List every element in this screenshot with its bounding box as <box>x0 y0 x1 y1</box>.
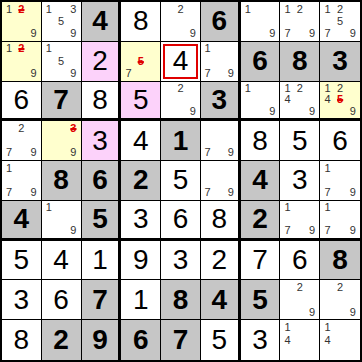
pencil-empty <box>306 202 318 214</box>
given-digit: 4 <box>211 286 227 314</box>
cell-r1c8[interactable]: 1279 <box>280 2 320 42</box>
pencil-empty <box>346 94 359 106</box>
struck-candidate-5: 5 <box>135 55 147 67</box>
cell-r2c8[interactable]: 8 <box>280 42 320 82</box>
struck-candidate-2: 2 <box>15 3 27 15</box>
given-digit: 2 <box>53 326 69 354</box>
pencil-empty <box>28 135 40 147</box>
pencil-empty <box>202 174 214 186</box>
sudoku-board: 1291359482961912791257912915925741796836… <box>0 0 362 362</box>
pencil-mark-4: 4 <box>281 94 293 106</box>
cell-r6c2[interactable]: 19 <box>42 201 82 241</box>
pencil-mark-9: 9 <box>346 28 359 40</box>
pencil-empty <box>346 83 359 95</box>
pencil-empty <box>135 43 147 55</box>
pencil-empty <box>15 67 27 79</box>
pencil-mark-7: 7 <box>3 147 15 159</box>
cell-r3c6[interactable]: 3 <box>201 82 241 122</box>
pencil-empty <box>334 213 347 225</box>
pencil-mark-1: 1 <box>321 3 334 15</box>
cell-r8c3[interactable]: 7 <box>82 280 122 320</box>
pencil-empty <box>55 43 67 55</box>
pencil-mark-1: 1 <box>281 202 293 214</box>
solved-digit: 8 <box>14 326 30 354</box>
cell-r9c3[interactable]: 9 <box>82 320 122 360</box>
cell-r2c2[interactable]: 159 <box>42 42 82 82</box>
cell-r9c9[interactable]: 14 <box>320 320 360 360</box>
cell-r2c4[interactable]: 57 <box>121 42 161 82</box>
solved-digit: 2 <box>92 47 108 75</box>
pencil-empty <box>15 135 27 147</box>
pencil-empty <box>55 147 67 159</box>
cell-r2c5[interactable]: 4 <box>161 42 201 82</box>
pencil-empty <box>346 202 359 214</box>
pencil-mark-9: 9 <box>28 187 40 199</box>
pencil-empty <box>294 94 306 106</box>
pencil-empty <box>281 281 293 293</box>
cell-r7c2[interactable]: 4 <box>42 241 82 281</box>
pencil-empty <box>28 55 40 67</box>
solved-digit: 5 <box>133 86 149 114</box>
solved-digit: 6 <box>53 286 69 314</box>
pencil-empty <box>3 15 15 27</box>
pencil-empty <box>321 346 334 359</box>
pencil-empty <box>147 43 159 55</box>
cell-r5c5[interactable]: 5 <box>161 161 201 201</box>
cell-r6c8[interactable]: 179 <box>280 201 320 241</box>
pencil-empty <box>28 162 40 174</box>
solved-digit: 3 <box>92 127 108 155</box>
cell-r7c5[interactable]: 3 <box>161 241 201 281</box>
solved-digit: 3 <box>252 326 268 354</box>
pencil-marks: 179 <box>321 202 359 237</box>
cell-r1c6[interactable]: 6 <box>201 2 241 42</box>
cell-r6c5[interactable]: 6 <box>161 201 201 241</box>
pencil-mark-2: 2 <box>15 122 27 134</box>
pencil-mark-1: 1 <box>321 83 334 95</box>
pencil-mark-5: 5 <box>334 15 347 27</box>
cell-r9c7[interactable]: 3 <box>241 320 281 360</box>
pencil-marks: 179 <box>321 162 359 199</box>
cell-r5c1[interactable]: 179 <box>2 161 42 201</box>
pencil-empty <box>43 28 55 40</box>
pencil-empty <box>67 43 79 55</box>
pencil-mark-5: 5 <box>55 15 67 27</box>
pencil-empty <box>225 55 237 67</box>
cell-r5c8[interactable]: 3 <box>280 161 320 201</box>
cell-r5c6[interactable]: 79 <box>201 161 241 201</box>
solved-digit: 6 <box>332 127 348 155</box>
pencil-mark-9: 9 <box>67 147 79 159</box>
pencil-empty <box>334 346 347 359</box>
cell-r7c9[interactable]: 8 <box>320 241 360 281</box>
pencil-empty <box>334 225 347 237</box>
cell-r6c6[interactable]: 8 <box>201 201 241 241</box>
pencil-mark-9: 9 <box>225 187 237 199</box>
pencil-empty <box>3 55 15 67</box>
pencil-empty <box>266 83 278 95</box>
pencil-marks: 1249 <box>281 83 318 118</box>
cell-r7c3[interactable]: 1 <box>82 241 122 281</box>
cell-r7c4[interactable]: 9 <box>121 241 161 281</box>
pencil-empty <box>346 213 359 225</box>
pencil-mark-7: 7 <box>202 187 214 199</box>
pencil-empty <box>334 202 347 214</box>
cell-r4c2[interactable]: 39 <box>42 121 82 161</box>
pencil-empty <box>55 67 67 79</box>
cell-r2c1[interactable]: 129 <box>2 42 42 82</box>
cell-r5c2[interactable]: 8 <box>42 161 82 201</box>
given-digit: 6 <box>252 47 268 75</box>
struck-candidate-2: 2 <box>15 43 27 55</box>
pencil-empty <box>202 55 214 67</box>
pencil-empty <box>43 67 55 79</box>
pencil-empty <box>67 135 79 147</box>
pencil-empty <box>225 174 237 186</box>
pencil-empty <box>122 43 134 55</box>
pencil-mark-3: 3 <box>67 3 79 15</box>
cell-r8c7[interactable]: 5 <box>241 280 281 320</box>
cell-r4c4[interactable]: 4 <box>121 121 161 161</box>
pencil-empty <box>67 55 79 67</box>
solved-digit: 8 <box>211 205 227 233</box>
pencil-marks: 19 <box>242 83 279 118</box>
pencil-empty <box>55 3 67 15</box>
pencil-empty <box>321 174 334 186</box>
cell-r2c9[interactable]: 3 <box>320 42 360 82</box>
pencil-empty <box>294 202 306 214</box>
pencil-empty <box>281 294 293 306</box>
pencil-empty <box>174 106 186 118</box>
pencil-empty <box>43 15 55 27</box>
cell-r9c2[interactable]: 2 <box>42 320 82 360</box>
pencil-empty <box>334 187 347 199</box>
pencil-empty <box>334 106 347 118</box>
pencil-empty <box>55 135 67 147</box>
cell-r6c9[interactable]: 179 <box>320 201 360 241</box>
pencil-mark-9: 9 <box>306 306 318 318</box>
pencil-empty <box>321 306 334 318</box>
cell-r8c5[interactable]: 8 <box>161 280 201 320</box>
pencil-mark-9: 9 <box>67 225 79 237</box>
cell-r4c9[interactable]: 6 <box>320 121 360 161</box>
cell-r4c7[interactable]: 8 <box>241 121 281 161</box>
pencil-empty <box>3 135 15 147</box>
solved-digit: 4 <box>173 47 189 75</box>
cell-r1c9[interactable]: 12579 <box>320 2 360 42</box>
pencil-marks: 29 <box>281 281 318 318</box>
cell-r3c9[interactable]: 12459 <box>320 82 360 122</box>
cell-r2c7[interactable]: 6 <box>241 42 281 82</box>
pencil-empty <box>15 162 27 174</box>
pencil-empty <box>174 15 186 27</box>
pencil-empty <box>306 294 318 306</box>
pencil-empty <box>294 213 306 225</box>
solved-digit: 5 <box>292 127 308 155</box>
pencil-empty <box>306 281 318 293</box>
pencil-mark-2: 2 <box>294 3 306 15</box>
pencil-empty <box>122 55 134 67</box>
pencil-mark-4: 4 <box>281 334 293 347</box>
pencil-marks: 12459 <box>321 83 359 118</box>
pencil-mark-4: 4 <box>321 94 334 106</box>
cell-r9c8[interactable]: 14 <box>280 320 320 360</box>
pencil-mark-9: 9 <box>346 225 359 237</box>
cell-r7c1[interactable]: 5 <box>2 241 42 281</box>
cell-r6c3[interactable]: 5 <box>82 201 122 241</box>
pencil-marks: 179 <box>281 202 318 237</box>
pencil-mark-9: 9 <box>187 106 199 118</box>
pencil-mark-7: 7 <box>281 225 293 237</box>
pencil-empty <box>15 174 27 186</box>
solved-digit: 5 <box>211 326 227 354</box>
pencil-empty <box>55 213 67 225</box>
cell-r2c6[interactable]: 179 <box>201 42 241 82</box>
pencil-empty <box>43 135 55 147</box>
pencil-empty <box>28 15 40 27</box>
cell-r6c4[interactable]: 3 <box>121 201 161 241</box>
pencil-empty <box>213 135 225 147</box>
pencil-empty <box>346 281 359 293</box>
pencil-mark-7: 7 <box>202 147 214 159</box>
cell-r3c1[interactable]: 6 <box>2 82 42 122</box>
pencil-empty <box>213 55 225 67</box>
pencil-mark-1: 1 <box>321 321 334 334</box>
pencil-mark-9: 9 <box>266 106 278 118</box>
pencil-mark-1: 1 <box>281 3 293 15</box>
cell-r4c5[interactable]: 1 <box>161 121 201 161</box>
pencil-mark-7: 7 <box>281 28 293 40</box>
pencil-empty <box>321 213 334 225</box>
struck-candidate-5: 5 <box>334 94 347 106</box>
given-digit: 9 <box>92 326 108 354</box>
cell-r5c7[interactable]: 4 <box>241 161 281 201</box>
pencil-marks: 79 <box>202 122 237 159</box>
pencil-mark-1: 1 <box>202 43 214 55</box>
pencil-mark-9: 9 <box>187 28 199 40</box>
pencil-empty <box>334 321 347 334</box>
pencil-empty <box>67 213 79 225</box>
pencil-empty <box>225 43 237 55</box>
pencil-mark-2: 2 <box>294 83 306 95</box>
solved-digit: 4 <box>133 127 149 155</box>
pencil-empty <box>294 334 306 347</box>
cell-r3c8[interactable]: 1249 <box>280 82 320 122</box>
pencil-empty <box>294 321 306 334</box>
pencil-empty <box>346 294 359 306</box>
pencil-mark-9: 9 <box>225 67 237 79</box>
pencil-mark-1: 1 <box>281 321 293 334</box>
pencil-empty <box>254 28 266 40</box>
pencil-empty <box>162 83 174 95</box>
cell-r1c7[interactable]: 19 <box>241 2 281 42</box>
pencil-mark-9: 9 <box>225 147 237 159</box>
cell-r3c4[interactable]: 5 <box>121 82 161 122</box>
pencil-empty <box>43 122 55 134</box>
pencil-empty <box>174 28 186 40</box>
cell-r4c6[interactable]: 79 <box>201 121 241 161</box>
pencil-empty <box>43 55 55 67</box>
pencil-mark-9: 9 <box>306 28 318 40</box>
pencil-empty <box>294 294 306 306</box>
pencil-mark-2: 2 <box>294 281 306 293</box>
pencil-empty <box>3 122 15 134</box>
cell-r8c2[interactable]: 6 <box>42 280 82 320</box>
solved-digit: 2 <box>211 246 227 274</box>
pencil-mark-7: 7 <box>3 187 15 199</box>
pencil-empty <box>334 334 347 347</box>
cell-r5c3[interactable]: 6 <box>82 161 122 201</box>
pencil-empty <box>213 43 225 55</box>
pencil-empty <box>281 15 293 27</box>
pencil-empty <box>28 122 40 134</box>
cell-r8c8[interactable]: 29 <box>280 280 320 320</box>
pencil-empty <box>43 213 55 225</box>
cell-r3c2[interactable]: 7 <box>42 82 82 122</box>
pencil-empty <box>334 28 347 40</box>
cell-r9c6[interactable]: 5 <box>201 320 241 360</box>
pencil-empty <box>306 15 318 27</box>
given-digit: 5 <box>252 286 268 314</box>
pencil-mark-9: 9 <box>28 28 40 40</box>
pencil-empty <box>306 334 318 347</box>
solved-digit: 8 <box>133 7 149 35</box>
pencil-mark-2: 2 <box>174 83 186 95</box>
pencil-empty <box>3 28 15 40</box>
pencil-empty <box>3 174 15 186</box>
cell-r7c6[interactable]: 2 <box>201 241 241 281</box>
pencil-empty <box>306 83 318 95</box>
given-digit: 8 <box>53 166 69 194</box>
pencil-mark-7: 7 <box>321 225 334 237</box>
pencil-empty <box>213 174 225 186</box>
pencil-marks: 57 <box>122 43 159 80</box>
pencil-mark-2: 2 <box>174 3 186 15</box>
pencil-empty <box>346 15 359 27</box>
pencil-empty <box>281 306 293 318</box>
cell-r9c1[interactable]: 8 <box>2 320 42 360</box>
solved-digit: 6 <box>173 205 189 233</box>
cell-r8c1[interactable]: 3 <box>2 280 42 320</box>
cell-r1c4[interactable]: 8 <box>121 2 161 42</box>
pencil-empty <box>162 3 174 15</box>
solved-digit: 6 <box>292 246 308 274</box>
pencil-empty <box>147 67 159 79</box>
pencil-empty <box>254 83 266 95</box>
pencil-mark-9: 9 <box>28 67 40 79</box>
solved-digit: 3 <box>133 205 149 233</box>
pencil-empty <box>15 28 27 40</box>
pencil-empty <box>15 15 27 27</box>
pencil-empty <box>321 15 334 27</box>
given-digit: 8 <box>292 47 308 75</box>
pencil-empty <box>254 15 266 27</box>
pencil-mark-1: 1 <box>3 3 15 15</box>
pencil-mark-2: 2 <box>334 3 347 15</box>
pencil-marks: 79 <box>202 162 237 199</box>
cell-r8c6[interactable]: 4 <box>201 280 241 320</box>
pencil-marks: 179 <box>3 162 40 199</box>
cell-r5c4[interactable]: 2 <box>121 161 161 201</box>
pencil-marks: 29 <box>321 281 359 318</box>
given-digit: 7 <box>92 286 108 314</box>
pencil-marks: 39 <box>43 122 80 159</box>
cell-r3c7[interactable]: 19 <box>241 82 281 122</box>
pencil-marks: 19 <box>43 202 80 237</box>
pencil-empty <box>28 43 40 55</box>
given-digit: 6 <box>92 166 108 194</box>
cell-r8c4[interactable]: 1 <box>121 280 161 320</box>
pencil-empty <box>15 187 27 199</box>
pencil-marks: 29 <box>162 83 199 118</box>
cell-r3c5[interactable]: 29 <box>161 82 201 122</box>
pencil-empty <box>213 67 225 79</box>
pencil-empty <box>213 162 225 174</box>
pencil-mark-1: 1 <box>321 202 334 214</box>
cell-r4c1[interactable]: 279 <box>2 121 42 161</box>
cell-r6c7[interactable]: 2 <box>241 201 281 241</box>
pencil-empty <box>187 3 199 15</box>
pencil-mark-1: 1 <box>242 83 254 95</box>
cell-r1c3[interactable]: 4 <box>82 2 122 42</box>
cell-r3c3[interactable]: 8 <box>82 82 122 122</box>
pencil-empty <box>15 147 27 159</box>
pencil-empty <box>162 94 174 106</box>
cell-r6c1[interactable]: 4 <box>2 201 42 241</box>
solved-digit: 5 <box>173 166 189 194</box>
cell-r2c3[interactable]: 2 <box>82 42 122 82</box>
pencil-empty <box>162 106 174 118</box>
pencil-empty <box>334 162 347 174</box>
pencil-empty <box>135 67 147 79</box>
pencil-empty <box>3 67 15 79</box>
cell-r1c5[interactable]: 29 <box>161 2 201 42</box>
pencil-empty <box>346 346 359 359</box>
pencil-empty <box>281 213 293 225</box>
pencil-mark-9: 9 <box>346 187 359 199</box>
solved-digit: 9 <box>133 246 149 274</box>
pencil-mark-9: 9 <box>266 28 278 40</box>
given-digit: 4 <box>92 7 108 35</box>
pencil-marks: 12579 <box>321 3 359 40</box>
cell-r1c2[interactable]: 1359 <box>42 2 82 42</box>
pencil-empty <box>346 334 359 347</box>
cell-r7c8[interactable]: 6 <box>280 241 320 281</box>
pencil-empty <box>15 55 27 67</box>
pencil-empty <box>147 55 159 67</box>
cell-r4c3[interactable]: 3 <box>82 121 122 161</box>
cell-r7c7[interactable]: 7 <box>241 241 281 281</box>
cell-r1c1[interactable]: 129 <box>2 2 42 42</box>
cell-r4c8[interactable]: 5 <box>280 121 320 161</box>
cell-r8c9[interactable]: 29 <box>320 280 360 320</box>
pencil-empty <box>202 122 214 134</box>
pencil-empty <box>213 187 225 199</box>
pencil-empty <box>254 3 266 15</box>
pencil-empty <box>225 122 237 134</box>
struck-candidate-3: 3 <box>67 122 79 134</box>
pencil-empty <box>187 94 199 106</box>
pencil-marks: 1359 <box>43 3 80 40</box>
pencil-marks: 159 <box>43 43 80 80</box>
cell-r9c5[interactable]: 7 <box>161 320 201 360</box>
pencil-mark-1: 1 <box>43 43 55 55</box>
cell-r5c9[interactable]: 179 <box>320 161 360 201</box>
pencil-empty <box>346 321 359 334</box>
pencil-empty <box>254 94 266 106</box>
pencil-empty <box>242 106 254 118</box>
cell-r9c4[interactable]: 6 <box>121 320 161 360</box>
